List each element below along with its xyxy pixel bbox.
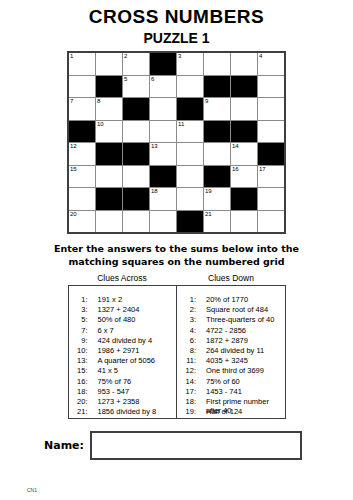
blocked-cell (69, 121, 95, 143)
cell-number: 3 (178, 53, 181, 60)
blocked-cell (231, 188, 257, 210)
grid-cell-r4c8[interactable] (258, 121, 284, 143)
clue-text: 1856 divided by 8 (98, 407, 157, 417)
grid-cell-r6c5[interactable] (177, 166, 203, 188)
blocked-cell (231, 121, 257, 143)
clue-down-18: 18:First prime number after 40 (181, 397, 285, 407)
clue-down-6: 6:1872 + 2879 (181, 336, 285, 346)
cell-number: 20 (70, 211, 77, 218)
grid-cell-r4c4[interactable] (150, 121, 176, 143)
cell-number: 18 (151, 188, 158, 195)
grid-cell-r8c2[interactable] (96, 211, 122, 233)
clue-across-15: 15:41 x 5 (73, 366, 177, 376)
clue-number: 7: (73, 326, 88, 336)
instructions: Enter the answers to the sums below into… (0, 242, 353, 268)
clue-text: 75% of 76 (98, 377, 132, 387)
clues-across-header: Clues Across (68, 273, 177, 283)
grid-cell-r7c8[interactable] (258, 188, 284, 210)
grid-cell-r8c7[interactable] (231, 211, 257, 233)
grid-cell-r7c4[interactable]: 18 (150, 188, 176, 210)
clue-text: 20% of 1770 (206, 295, 248, 305)
blocked-cell (177, 98, 203, 120)
grid-cell-r8c4[interactable] (150, 211, 176, 233)
grid-cell-r6c2[interactable] (96, 166, 122, 188)
clue-number: 19: (181, 407, 196, 417)
clue-text: 1872 + 2879 (206, 336, 248, 346)
grid-cell-r8c1[interactable]: 20 (69, 211, 95, 233)
clue-across-3: 3:1327 + 2404 (73, 305, 177, 315)
grid-cell-r4c5[interactable]: 11 (177, 121, 203, 143)
clue-number: 16: (73, 377, 88, 387)
clue-number: 3: (181, 315, 196, 325)
clue-number: 15: (73, 366, 88, 376)
grid-cell-r5c6[interactable] (204, 143, 230, 165)
clue-across-1: 1:191 x 2 (73, 295, 177, 305)
blocked-cell (123, 98, 149, 120)
clues-down-header: Clues Down (177, 273, 286, 283)
page-title: CROSS NUMBERS (0, 7, 353, 27)
cell-number: 8 (97, 98, 100, 105)
grid-cell-r3c7[interactable] (231, 98, 257, 120)
grid-cell-r4c3[interactable] (123, 121, 149, 143)
instructions-line-1: Enter the answers to the sums below into… (0, 242, 353, 255)
clue-across-10: 10:1986 + 2971 (73, 346, 177, 356)
cell-number: 1 (70, 53, 73, 60)
cell-number: 11 (178, 121, 184, 128)
footer-code: CN1 (27, 487, 37, 493)
clue-down-3: 3:Three-quarters of 40 (181, 315, 285, 325)
grid-cell-r3c6[interactable]: 9 (204, 98, 230, 120)
clue-text: 191 x 2 (98, 295, 123, 305)
clue-text: 1453 - 741 (206, 387, 242, 397)
grid-cell-r6c1[interactable]: 15 (69, 166, 95, 188)
grid-cell-r5c4[interactable]: 13 (150, 143, 176, 165)
clue-across-7: 7:6 x 7 (73, 326, 177, 336)
name-row: Name: (44, 431, 353, 460)
blocked-cell (177, 211, 203, 233)
name-label: Name: (44, 439, 84, 452)
grid-cell-r7c5[interactable] (177, 188, 203, 210)
grid-cell-r8c8[interactable] (258, 211, 284, 233)
cell-number: 21 (205, 211, 212, 218)
grid-cell-r1c2[interactable] (96, 53, 122, 75)
clue-text: Three-quarters of 40 (206, 315, 274, 325)
blocked-cell (96, 76, 122, 98)
clue-text: 424 divided by 4 (98, 336, 153, 346)
grid-cell-r1c6[interactable] (204, 53, 230, 75)
cell-number: 7 (70, 98, 73, 105)
blocked-cell (258, 143, 284, 165)
clue-text: 1986 + 2971 (98, 346, 140, 356)
grid-cell-r1c8[interactable]: 4 (258, 53, 284, 75)
grid-cell-r3c1[interactable]: 7 (69, 98, 95, 120)
grid-cell-r5c7[interactable]: 14 (231, 143, 257, 165)
cell-number: 17 (259, 166, 266, 173)
blocked-cell (96, 143, 122, 165)
clue-text: Square root of 484 (206, 305, 268, 315)
grid-cell-r3c4[interactable] (150, 98, 176, 120)
clue-number: 2: (181, 305, 196, 315)
clue-across-5: 5:50% of 480 (73, 315, 177, 325)
grid-cell-r2c8[interactable] (258, 76, 284, 98)
cell-number: 15 (70, 166, 77, 173)
grid-cell-r2c3[interactable]: 5 (123, 76, 149, 98)
clues-box: 1:191 x 23:1327 + 24045:50% of 4807:6 x … (68, 285, 286, 419)
grid-cell-r7c1[interactable] (69, 188, 95, 210)
grid-cell-r3c8[interactable] (258, 98, 284, 120)
clue-number: 1: (181, 295, 196, 305)
blocked-cell (204, 121, 230, 143)
clue-down-8: 8:264 divided by 11 (181, 346, 285, 356)
blocked-cell (123, 188, 149, 210)
clue-text: 50% of 480 (98, 315, 136, 325)
grid-cell-r3c2[interactable]: 8 (96, 98, 122, 120)
clue-text: 4035 + 3245 (206, 356, 248, 366)
clue-number: 18: (73, 387, 88, 397)
clue-across-9: 9:424 divided by 4 (73, 336, 177, 346)
clue-down-4: 4:4722 - 2856 (181, 326, 285, 336)
puzzle-subtitle: PUZZLE 1 (0, 31, 353, 46)
clue-down-19: 19:Half of 124 (181, 407, 285, 417)
clue-down-12: 12:One third of 3699 (181, 366, 285, 376)
grid-cell-r4c2[interactable]: 10 (96, 121, 122, 143)
grid-cell-r2c4[interactable]: 6 (150, 76, 176, 98)
clue-text: A quarter of 5056 (98, 356, 156, 366)
clue-text: Half of 124 (206, 407, 242, 417)
blocked-cell (150, 53, 176, 75)
clue-number: 1: (73, 295, 88, 305)
blocked-cell (204, 76, 230, 98)
blocked-cell (204, 166, 230, 188)
clue-down-1: 1:20% of 1770 (181, 295, 285, 305)
grid-cell-r7c6[interactable]: 19 (204, 188, 230, 210)
clue-across-18: 18:953 - 547 (73, 387, 177, 397)
clue-across-13: 13:A quarter of 5056 (73, 356, 177, 366)
clue-number: 9: (73, 336, 88, 346)
name-input-box[interactable] (90, 431, 302, 460)
cell-number: 19 (205, 188, 212, 195)
clue-text: 75% of 60 (206, 377, 240, 387)
clue-number: 12: (181, 366, 196, 376)
grid-cell-r5c5[interactable] (177, 143, 203, 165)
cell-number: 5 (124, 76, 127, 83)
cell-number: 16 (232, 166, 239, 173)
clue-number: 11: (181, 356, 196, 366)
cell-number: 9 (205, 98, 208, 105)
grid-cell-r5c1[interactable]: 12 (69, 143, 95, 165)
grid-cell-r2c1[interactable] (69, 76, 95, 98)
clue-number: 20: (73, 397, 88, 407)
clue-text: 41 x 5 (98, 366, 118, 376)
clue-number: 10: (73, 346, 88, 356)
clue-text: 1327 + 2404 (98, 305, 140, 315)
clue-number: 14: (181, 377, 196, 387)
clue-text: 953 - 547 (98, 387, 130, 397)
cell-number: 6 (151, 76, 154, 83)
clue-number: 21: (73, 407, 88, 417)
clue-text: 264 divided by 11 (206, 346, 264, 356)
clue-number: 3: (73, 305, 88, 315)
instructions-line-2: matching squares on the numbered grid (0, 255, 353, 268)
clue-across-20: 20:1273 + 2358 (73, 397, 177, 407)
clue-text: 6 x 7 (98, 326, 114, 336)
clue-number: 5: (73, 315, 88, 325)
clues-across-list: 1:191 x 23:1327 + 24045:50% of 4807:6 x … (69, 286, 177, 418)
clue-number: 13: (73, 356, 88, 366)
clue-number: 17: (181, 387, 196, 397)
grid-cell-r1c5[interactable]: 3 (177, 53, 203, 75)
grid-cell-r6c8[interactable]: 17 (258, 166, 284, 188)
clue-text: 1273 + 2358 (98, 397, 140, 407)
clue-down-14: 14:75% of 60 (181, 377, 285, 387)
grid-cell-r8c6[interactable]: 21 (204, 211, 230, 233)
cell-number: 14 (232, 143, 239, 150)
blocked-cell (150, 166, 176, 188)
clue-text: 4722 - 2856 (206, 326, 246, 336)
blocked-cell (123, 143, 149, 165)
cell-number: 12 (70, 143, 77, 150)
grid-cell-r2c5[interactable] (177, 76, 203, 98)
clue-down-17: 17:1453 - 741 (181, 387, 285, 397)
clue-text: One third of 3699 (206, 366, 264, 376)
clue-number: 4: (181, 326, 196, 336)
clue-down-2: 2:Square root of 484 (181, 305, 285, 315)
clue-number: 18: (181, 397, 196, 407)
cell-number: 13 (151, 143, 158, 150)
cell-number: 10 (97, 121, 104, 128)
clue-across-16: 16:75% of 76 (73, 377, 177, 387)
grid-cell-r1c1[interactable]: 1 (69, 53, 95, 75)
grid-cell-r6c7[interactable]: 16 (231, 166, 257, 188)
clue-across-21: 21:1856 divided by 8 (73, 407, 177, 417)
clue-down-11: 11:4035 + 3245 (181, 356, 285, 366)
clue-number: 8: (181, 346, 196, 356)
blocked-cell (231, 76, 257, 98)
crossnumber-grid: 123456789101112131415161718192021 (67, 51, 286, 234)
clue-text: First prime number after 40 (206, 397, 285, 407)
grid-cell-r1c7[interactable] (231, 53, 257, 75)
clues-down-list: 1:20% of 17702:Square root of 4843:Three… (176, 286, 285, 418)
clue-number: 6: (181, 336, 196, 346)
grid-cell-r6c3[interactable] (123, 166, 149, 188)
clues-headers: Clues Across Clues Down (68, 273, 286, 283)
cell-number: 4 (259, 53, 262, 60)
cell-number: 2 (124, 53, 127, 60)
grid-cell-r8c3[interactable] (123, 211, 149, 233)
grid-cell-r1c3[interactable]: 2 (123, 53, 149, 75)
worksheet-page: CROSS NUMBERS PUZZLE 1 12345678910111213… (0, 0, 353, 500)
blocked-cell (96, 188, 122, 210)
